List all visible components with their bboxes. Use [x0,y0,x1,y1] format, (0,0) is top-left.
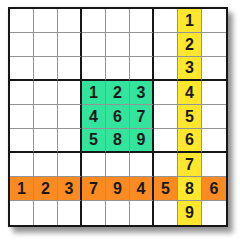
cell-r2c1[interactable] [10,33,34,57]
cell-r2c9[interactable] [202,33,226,57]
cell-r1c1[interactable] [10,9,34,33]
cell-r9c8[interactable]: 9 [178,201,202,225]
cell-r3c4[interactable] [82,57,106,81]
page-background: 12312344675589671237945869 [0,0,240,240]
cell-r3c6[interactable] [130,57,154,81]
cell-r8c4[interactable]: 7 [82,177,106,201]
cell-r2c2[interactable] [34,33,58,57]
cell-r5c4[interactable]: 4 [82,105,106,129]
cell-r5c7[interactable] [154,105,178,129]
cell-r7c4[interactable] [82,153,106,177]
cell-r4c2[interactable] [34,81,58,105]
cell-r2c7[interactable] [154,33,178,57]
cell-r5c9[interactable] [202,105,226,129]
cell-r7c7[interactable] [154,153,178,177]
cell-r1c5[interactable] [106,9,130,33]
cell-r7c9[interactable] [202,153,226,177]
cell-r9c2[interactable] [34,201,58,225]
cell-r2c3[interactable] [58,33,82,57]
cell-r3c8[interactable]: 3 [178,57,202,81]
cell-r8c9[interactable]: 6 [202,177,226,201]
cell-r4c3[interactable] [58,81,82,105]
cell-r1c9[interactable] [202,9,226,33]
cell-r1c2[interactable] [34,9,58,33]
cell-r9c5[interactable] [106,201,130,225]
cell-r6c1[interactable] [10,129,34,153]
cell-r9c4[interactable] [82,201,106,225]
cell-r3c9[interactable] [202,57,226,81]
cell-r1c6[interactable] [130,9,154,33]
cell-r4c1[interactable] [10,81,34,105]
cell-r8c5[interactable]: 9 [106,177,130,201]
cell-r6c3[interactable] [58,129,82,153]
cell-r2c5[interactable] [106,33,130,57]
cell-r8c7[interactable]: 5 [154,177,178,201]
cell-r9c9[interactable] [202,201,226,225]
cell-r4c5[interactable]: 2 [106,81,130,105]
cell-r8c1[interactable]: 1 [10,177,34,201]
cell-r7c5[interactable] [106,153,130,177]
cell-r6c8[interactable]: 6 [178,129,202,153]
cell-r7c6[interactable] [130,153,154,177]
cell-r6c5[interactable]: 8 [106,129,130,153]
cell-r6c7[interactable] [154,129,178,153]
cell-r6c2[interactable] [34,129,58,153]
cell-r7c1[interactable] [10,153,34,177]
cell-r3c1[interactable] [10,57,34,81]
cell-r9c6[interactable] [130,201,154,225]
cell-r4c6[interactable]: 3 [130,81,154,105]
cell-r4c4[interactable]: 1 [82,81,106,105]
cell-r2c4[interactable] [82,33,106,57]
cell-r4c9[interactable] [202,81,226,105]
cell-r8c2[interactable]: 2 [34,177,58,201]
cell-r1c8[interactable]: 1 [178,9,202,33]
cell-r5c5[interactable]: 6 [106,105,130,129]
cell-r3c7[interactable] [154,57,178,81]
cell-r5c2[interactable] [34,105,58,129]
sudoku-board: 12312344675589671237945869 [8,7,228,227]
cell-r4c7[interactable] [154,81,178,105]
cell-r2c8[interactable]: 2 [178,33,202,57]
cell-r5c1[interactable] [10,105,34,129]
cell-r9c7[interactable] [154,201,178,225]
cell-r1c3[interactable] [58,9,82,33]
cell-r3c2[interactable] [34,57,58,81]
cell-r3c5[interactable] [106,57,130,81]
cell-r7c8[interactable]: 7 [178,153,202,177]
cell-r8c6[interactable]: 4 [130,177,154,201]
cell-r6c9[interactable] [202,129,226,153]
cell-r2c6[interactable] [130,33,154,57]
sudoku-grid: 12312344675589671237945869 [10,9,226,225]
cell-r7c2[interactable] [34,153,58,177]
cell-r4c8[interactable]: 4 [178,81,202,105]
cell-r5c8[interactable]: 5 [178,105,202,129]
cell-r9c3[interactable] [58,201,82,225]
cell-r3c3[interactable] [58,57,82,81]
cell-r1c4[interactable] [82,9,106,33]
cell-r6c4[interactable]: 5 [82,129,106,153]
cell-r7c3[interactable] [58,153,82,177]
cell-r5c3[interactable] [58,105,82,129]
cell-r8c3[interactable]: 3 [58,177,82,201]
cell-r9c1[interactable] [10,201,34,225]
cell-r5c6[interactable]: 7 [130,105,154,129]
cell-r6c6[interactable]: 9 [130,129,154,153]
cell-r8c8[interactable]: 8 [178,177,202,201]
cell-r1c7[interactable] [154,9,178,33]
